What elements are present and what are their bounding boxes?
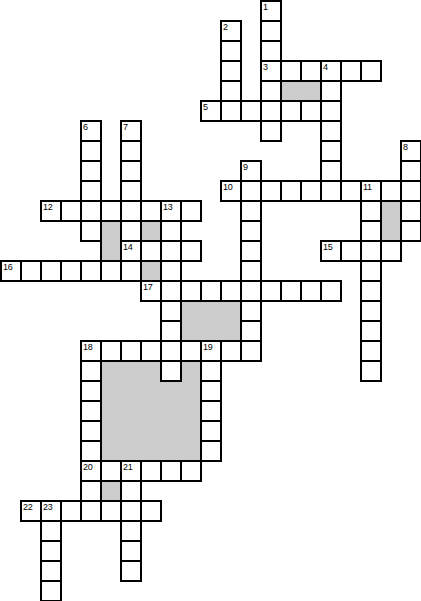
grid-cell[interactable]	[180, 200, 202, 222]
blocked-cell	[380, 200, 402, 222]
blocked-cell	[160, 400, 182, 422]
clue-number: 16	[3, 262, 12, 272]
grid-cell[interactable]	[220, 40, 242, 62]
grid-cell[interactable]	[120, 160, 142, 182]
grid-cell[interactable]	[120, 260, 142, 282]
grid-cell[interactable]: 15	[320, 240, 342, 262]
grid-cell[interactable]	[240, 340, 262, 362]
grid-cell[interactable]	[280, 180, 302, 202]
grid-cell[interactable]: 19	[200, 340, 222, 362]
clue-number: 8	[403, 142, 408, 152]
grid-cell[interactable]	[100, 200, 122, 222]
grid-cell[interactable]	[240, 300, 262, 322]
grid-cell[interactable]	[40, 560, 62, 582]
grid-cell[interactable]	[400, 180, 421, 202]
grid-cell[interactable]: 16	[0, 260, 22, 282]
grid-cell[interactable]	[160, 220, 182, 242]
grid-cell[interactable]	[260, 100, 282, 122]
grid-cell[interactable]	[280, 100, 302, 122]
clue-number: 22	[23, 502, 32, 512]
grid-cell[interactable]	[180, 460, 202, 482]
grid-cell[interactable]	[280, 60, 302, 82]
clue-number: 5	[203, 102, 208, 112]
blocked-cell	[120, 420, 142, 442]
grid-cell[interactable]	[360, 360, 382, 382]
grid-cell[interactable]: 13	[160, 200, 182, 222]
grid-cell[interactable]: 18	[80, 340, 102, 362]
blocked-cell	[120, 380, 142, 402]
grid-cell[interactable]	[360, 260, 382, 282]
grid-cell[interactable]	[260, 20, 282, 42]
grid-cell[interactable]	[80, 140, 102, 162]
grid-cell[interactable]: 12	[40, 200, 62, 222]
blocked-cell	[160, 380, 182, 402]
grid-cell[interactable]	[360, 340, 382, 362]
grid-cell[interactable]	[280, 280, 302, 302]
blocked-cell	[100, 240, 122, 262]
grid-cell[interactable]	[200, 380, 222, 402]
clue-number: 6	[83, 122, 88, 132]
blocked-cell	[100, 440, 122, 462]
grid-cell[interactable]	[200, 400, 222, 422]
grid-cell[interactable]: 11	[360, 180, 382, 202]
grid-cell[interactable]	[340, 60, 362, 82]
grid-cell[interactable]	[220, 60, 242, 82]
blocked-cell	[100, 360, 122, 382]
grid-cell[interactable]	[260, 180, 282, 202]
clue-number: 11	[363, 182, 372, 192]
grid-cell[interactable]	[260, 80, 282, 102]
grid-cell[interactable]	[60, 200, 82, 222]
grid-cell[interactable]	[80, 220, 102, 242]
clue-number: 15	[323, 242, 332, 252]
blocked-cell	[120, 400, 142, 422]
clue-number: 4	[323, 62, 328, 72]
grid-cell[interactable]	[400, 200, 421, 222]
blocked-cell	[140, 220, 162, 242]
blocked-cell	[140, 420, 162, 442]
grid-cell[interactable]	[120, 560, 142, 582]
grid-cell[interactable]	[80, 180, 102, 202]
blocked-cell	[180, 440, 202, 462]
grid-cell[interactable]	[180, 240, 202, 262]
clue-number: 2	[223, 22, 228, 32]
clue-number: 17	[143, 282, 152, 292]
grid-cell[interactable]: 2	[220, 20, 242, 42]
grid-cell[interactable]	[300, 60, 322, 82]
grid-cell[interactable]	[120, 200, 142, 222]
grid-cell[interactable]	[40, 580, 62, 601]
clue-number: 7	[123, 122, 128, 132]
grid-cell[interactable]	[140, 340, 162, 362]
clue-number: 3	[263, 62, 268, 72]
grid-cell[interactable]	[180, 280, 202, 302]
grid-cell[interactable]	[60, 500, 82, 522]
blocked-cell	[120, 440, 142, 462]
grid-cell[interactable]	[100, 260, 122, 282]
blocked-cell	[180, 400, 202, 422]
blocked-cell	[200, 300, 222, 322]
grid-cell[interactable]	[80, 380, 102, 402]
grid-cell[interactable]	[120, 500, 142, 522]
grid-cell[interactable]	[160, 360, 182, 382]
grid-cell[interactable]	[80, 500, 102, 522]
grid-cell[interactable]	[120, 340, 142, 362]
blocked-cell	[100, 420, 122, 442]
grid-cell[interactable]	[240, 320, 262, 342]
grid-cell[interactable]	[40, 540, 62, 562]
grid-cell[interactable]	[200, 360, 222, 382]
grid-cell[interactable]	[40, 520, 62, 542]
clue-number: 19	[203, 342, 212, 352]
grid-cell[interactable]	[120, 220, 142, 242]
grid-cell[interactable]	[260, 280, 282, 302]
grid-cell[interactable]	[240, 180, 262, 202]
grid-cell[interactable]	[200, 420, 222, 442]
blocked-cell	[180, 320, 202, 342]
blocked-cell	[180, 380, 202, 402]
blocked-cell	[120, 360, 142, 382]
grid-cell[interactable]	[360, 320, 382, 342]
clue-number: 21	[123, 462, 132, 472]
grid-cell[interactable]: 1	[260, 0, 282, 22]
blocked-cell	[200, 320, 222, 342]
grid-cell[interactable]	[360, 200, 382, 222]
grid-cell[interactable]	[80, 260, 102, 282]
grid-cell[interactable]	[340, 240, 362, 262]
grid-cell[interactable]	[100, 340, 122, 362]
grid-cell[interactable]	[220, 280, 242, 302]
clue-number: 12	[43, 202, 52, 212]
grid-cell[interactable]	[360, 240, 382, 262]
grid-cell[interactable]: 9	[240, 160, 262, 182]
blocked-cell	[380, 220, 402, 242]
blocked-cell	[180, 300, 202, 322]
grid-cell[interactable]	[360, 220, 382, 242]
grid-cell[interactable]	[40, 260, 62, 282]
grid-cell[interactable]	[20, 260, 42, 282]
grid-cell[interactable]	[220, 100, 242, 122]
grid-cell[interactable]	[320, 100, 342, 122]
blocked-cell	[220, 300, 242, 322]
blocked-cell	[300, 80, 322, 102]
grid-cell[interactable]	[360, 300, 382, 322]
grid-cell[interactable]	[100, 500, 122, 522]
grid-cell[interactable]	[160, 460, 182, 482]
grid-cell[interactable]	[320, 280, 342, 302]
clue-number: 14	[123, 242, 132, 252]
blocked-cell	[180, 420, 202, 442]
grid-cell[interactable]	[80, 360, 102, 382]
grid-cell[interactable]	[180, 340, 202, 362]
grid-cell[interactable]	[220, 340, 242, 362]
clue-number: 13	[163, 202, 172, 212]
grid-cell[interactable]	[200, 440, 222, 462]
grid-cell[interactable]	[140, 500, 162, 522]
blocked-cell	[280, 80, 302, 102]
blocked-cell	[160, 440, 182, 462]
grid-cell[interactable]	[300, 280, 322, 302]
grid-cell[interactable]	[120, 480, 142, 502]
grid-cell[interactable]	[300, 180, 322, 202]
blocked-cell	[140, 380, 162, 402]
grid-cell[interactable]	[140, 240, 162, 262]
blocked-cell	[140, 440, 162, 462]
grid-cell[interactable]	[320, 160, 342, 182]
blocked-cell	[140, 260, 162, 282]
grid-cell[interactable]	[60, 260, 82, 282]
grid-cell[interactable]	[380, 180, 402, 202]
blocked-cell	[140, 360, 162, 382]
grid-cell[interactable]	[80, 200, 102, 222]
grid-cell[interactable]	[160, 320, 182, 342]
grid-cell[interactable]: 8	[400, 140, 421, 162]
grid-cell[interactable]	[120, 180, 142, 202]
clue-number: 23	[43, 502, 52, 512]
clue-number: 1	[263, 2, 268, 12]
clue-number: 18	[83, 342, 92, 352]
grid-cell[interactable]	[240, 280, 262, 302]
grid-cell[interactable]	[380, 240, 402, 262]
grid-cell[interactable]	[80, 420, 102, 442]
grid-cell[interactable]	[160, 240, 182, 262]
grid-cell[interactable]: 7	[120, 120, 142, 142]
grid-cell[interactable]	[360, 280, 382, 302]
grid-cell[interactable]	[120, 540, 142, 562]
grid-cell[interactable]	[240, 100, 262, 122]
grid-cell[interactable]: 6	[80, 120, 102, 142]
blocked-cell	[100, 220, 122, 242]
grid-cell[interactable]	[140, 460, 162, 482]
grid-cell[interactable]: 14	[120, 240, 142, 262]
blocked-cell	[160, 420, 182, 442]
clue-number: 10	[223, 182, 232, 192]
grid-cell[interactable]	[400, 220, 421, 242]
grid-cell[interactable]: 20	[80, 460, 102, 482]
grid-cell[interactable]	[320, 180, 342, 202]
grid-cell[interactable]: 3	[260, 60, 282, 82]
grid-cell[interactable]	[320, 120, 342, 142]
grid-cell[interactable]	[100, 460, 122, 482]
blocked-cell	[100, 380, 122, 402]
clue-number: 9	[243, 162, 248, 172]
grid-cell[interactable]	[260, 120, 282, 142]
grid-cell[interactable]: 17	[140, 280, 162, 302]
grid-cell[interactable]	[400, 160, 421, 182]
blocked-cell	[220, 320, 242, 342]
grid-cell[interactable]	[240, 220, 262, 242]
grid-cell[interactable]	[320, 80, 342, 102]
grid-cell[interactable]: 4	[320, 60, 342, 82]
grid-cell[interactable]	[360, 60, 382, 82]
grid-cell[interactable]: 10	[220, 180, 242, 202]
grid-cell[interactable]	[140, 200, 162, 222]
blocked-cell	[180, 360, 202, 382]
grid-cell[interactable]: 5	[200, 100, 222, 122]
blocked-cell	[100, 480, 122, 502]
grid-cell[interactable]	[120, 140, 142, 162]
grid-cell[interactable]	[160, 280, 182, 302]
grid-cell[interactable]	[300, 100, 322, 122]
grid-cell[interactable]	[160, 340, 182, 362]
grid-cell[interactable]: 23	[40, 500, 62, 522]
grid-cell[interactable]	[200, 280, 222, 302]
grid-cell[interactable]	[80, 480, 102, 502]
grid-cell[interactable]	[240, 240, 262, 262]
grid-cell[interactable]	[120, 520, 142, 542]
crossword-board: 1234567891011121314151617181920212223	[0, 0, 421, 601]
grid-cell[interactable]	[240, 200, 262, 222]
grid-cell[interactable]	[320, 140, 342, 162]
grid-cell[interactable]	[160, 300, 182, 322]
grid-cell[interactable]	[80, 440, 102, 462]
grid-cell[interactable]	[340, 180, 362, 202]
grid-cell[interactable]: 22	[20, 500, 42, 522]
grid-cell[interactable]	[240, 260, 262, 282]
blocked-cell	[100, 400, 122, 422]
grid-cell[interactable]	[80, 160, 102, 182]
grid-cell[interactable]: 21	[120, 460, 142, 482]
grid-cell[interactable]	[80, 400, 102, 422]
grid-cell[interactable]	[220, 80, 242, 102]
grid-cell[interactable]	[260, 40, 282, 62]
clue-number: 20	[83, 462, 92, 472]
grid-cell[interactable]	[160, 260, 182, 282]
blocked-cell	[140, 400, 162, 422]
